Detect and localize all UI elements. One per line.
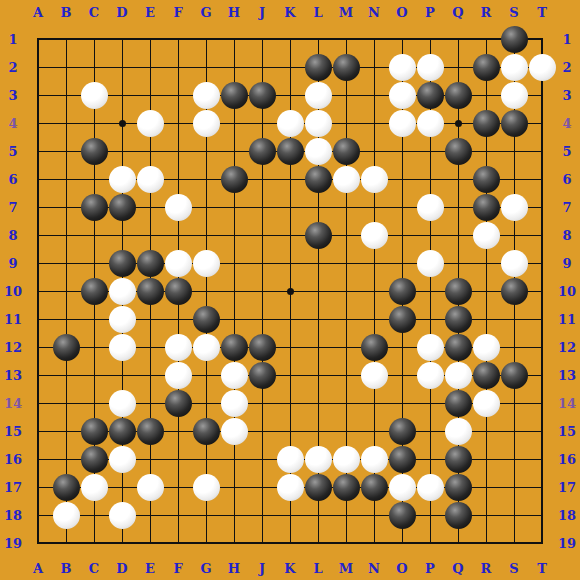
coord-label-bottom-P: P	[425, 562, 435, 575]
star-point-Q4	[455, 120, 462, 127]
coord-label-bottom-D: D	[116, 562, 127, 575]
star-point-K10	[287, 288, 294, 295]
stone-black-S13[interactable]	[501, 362, 528, 389]
coord-label-top-Q: Q	[452, 6, 463, 19]
stone-white-Q13[interactable]	[445, 362, 472, 389]
stone-white-N6[interactable]	[361, 166, 388, 193]
coord-label-bottom-N: N	[368, 562, 380, 575]
coord-label-top-G: G	[200, 6, 211, 19]
stone-white-G3[interactable]	[193, 82, 220, 109]
coord-label-right-7: 7	[562, 201, 571, 214]
stone-white-G9[interactable]	[193, 250, 220, 277]
stone-black-F10[interactable]	[165, 278, 192, 305]
coord-label-bottom-L: L	[313, 562, 322, 575]
coord-label-left-10: 10	[4, 285, 22, 298]
coord-label-bottom-K: K	[284, 562, 295, 575]
coord-label-bottom-R: R	[481, 562, 492, 575]
stone-white-P4[interactable]	[417, 110, 444, 137]
stone-black-O11[interactable]	[389, 306, 416, 333]
stone-white-D6[interactable]	[109, 166, 136, 193]
stone-black-E9[interactable]	[137, 250, 164, 277]
coord-label-right-16: 16	[558, 453, 576, 466]
stone-white-H14[interactable]	[221, 390, 248, 417]
stone-white-G4[interactable]	[193, 110, 220, 137]
stone-white-H13[interactable]	[221, 362, 248, 389]
stone-black-J12[interactable]	[249, 334, 276, 361]
coord-label-left-13: 13	[4, 369, 22, 382]
stone-white-D11[interactable]	[109, 306, 136, 333]
stone-white-N8[interactable]	[361, 222, 388, 249]
coord-label-bottom-G: G	[200, 562, 211, 575]
coord-label-top-O: O	[396, 6, 407, 19]
coord-label-bottom-E: E	[145, 562, 155, 575]
coord-label-left-1: 1	[8, 33, 17, 46]
stone-white-R14[interactable]	[473, 390, 500, 417]
stone-black-L8[interactable]	[305, 222, 332, 249]
coord-label-left-15: 15	[4, 425, 22, 438]
stone-white-H15[interactable]	[221, 418, 248, 445]
coord-label-right-4: 4	[562, 117, 571, 130]
stone-black-N12[interactable]	[361, 334, 388, 361]
stone-black-R4[interactable]	[473, 110, 500, 137]
stone-black-M17[interactable]	[333, 474, 360, 501]
stone-black-O16[interactable]	[389, 446, 416, 473]
coord-label-left-17: 17	[4, 481, 22, 494]
stone-black-J5[interactable]	[249, 138, 276, 165]
stone-black-D15[interactable]	[109, 418, 136, 445]
coord-label-top-N: N	[368, 6, 380, 19]
coord-label-right-5: 5	[562, 145, 571, 158]
stone-white-K4[interactable]	[277, 110, 304, 137]
coord-label-bottom-S: S	[509, 562, 518, 575]
stone-white-P9[interactable]	[417, 250, 444, 277]
stone-black-H3[interactable]	[221, 82, 248, 109]
coord-label-right-17: 17	[558, 481, 576, 494]
coord-label-top-F: F	[173, 6, 182, 19]
stone-white-R12[interactable]	[473, 334, 500, 361]
coord-label-left-8: 8	[8, 229, 17, 242]
stone-black-R13[interactable]	[473, 362, 500, 389]
goban[interactable]: AABBCCDDEEFFGGHHJJKKLLMMNNOOPPQQRRSSTT11…	[0, 0, 580, 580]
coord-label-right-6: 6	[562, 173, 571, 186]
stone-black-S4[interactable]	[501, 110, 528, 137]
stone-black-S10[interactable]	[501, 278, 528, 305]
coord-label-left-12: 12	[4, 341, 22, 354]
coord-label-top-H: H	[228, 6, 240, 19]
coord-label-top-T: T	[537, 6, 547, 19]
coord-label-right-15: 15	[558, 425, 576, 438]
stone-white-N16[interactable]	[361, 446, 388, 473]
stone-black-R2[interactable]	[473, 54, 500, 81]
coord-label-left-3: 3	[8, 89, 17, 102]
coord-label-bottom-H: H	[228, 562, 240, 575]
stone-black-J13[interactable]	[249, 362, 276, 389]
stone-white-D10[interactable]	[109, 278, 136, 305]
coord-label-right-18: 18	[558, 509, 576, 522]
stone-black-C10[interactable]	[81, 278, 108, 305]
coord-label-top-R: R	[481, 6, 492, 19]
stone-white-F13[interactable]	[165, 362, 192, 389]
coord-label-right-2: 2	[562, 61, 571, 74]
stone-black-K5[interactable]	[277, 138, 304, 165]
stone-black-Q14[interactable]	[445, 390, 472, 417]
coord-label-bottom-Q: Q	[452, 562, 463, 575]
stone-black-O10[interactable]	[389, 278, 416, 305]
stone-black-L17[interactable]	[305, 474, 332, 501]
stone-black-M5[interactable]	[333, 138, 360, 165]
coord-label-left-16: 16	[4, 453, 22, 466]
coord-label-right-12: 12	[558, 341, 576, 354]
stone-white-G17[interactable]	[193, 474, 220, 501]
coord-label-right-14: 14	[558, 397, 576, 410]
stone-black-Q12[interactable]	[445, 334, 472, 361]
coord-label-top-P: P	[425, 6, 435, 19]
coord-label-right-10: 10	[558, 285, 576, 298]
stone-black-C15[interactable]	[81, 418, 108, 445]
stone-white-D14[interactable]	[109, 390, 136, 417]
stone-black-C16[interactable]	[81, 446, 108, 473]
stone-black-C5[interactable]	[81, 138, 108, 165]
coord-label-right-13: 13	[558, 369, 576, 382]
stone-white-P17[interactable]	[417, 474, 444, 501]
stone-white-O2[interactable]	[389, 54, 416, 81]
stone-black-B12[interactable]	[53, 334, 80, 361]
stone-black-R6[interactable]	[473, 166, 500, 193]
coord-label-top-S: S	[509, 6, 518, 19]
stone-black-H12[interactable]	[221, 334, 248, 361]
stone-black-O18[interactable]	[389, 502, 416, 529]
stone-white-E17[interactable]	[137, 474, 164, 501]
stone-black-Q3[interactable]	[445, 82, 472, 109]
stone-black-E10[interactable]	[137, 278, 164, 305]
coord-label-bottom-M: M	[339, 562, 353, 575]
stone-white-C3[interactable]	[81, 82, 108, 109]
stone-white-P2[interactable]	[417, 54, 444, 81]
stone-black-L6[interactable]	[305, 166, 332, 193]
stone-black-Q18[interactable]	[445, 502, 472, 529]
stone-black-Q11[interactable]	[445, 306, 472, 333]
stone-black-Q16[interactable]	[445, 446, 472, 473]
coord-label-left-6: 6	[8, 173, 17, 186]
stone-white-P13[interactable]	[417, 362, 444, 389]
coord-label-right-19: 19	[558, 537, 576, 550]
stone-white-C17[interactable]	[81, 474, 108, 501]
stone-white-O3[interactable]	[389, 82, 416, 109]
stone-white-S2[interactable]	[501, 54, 528, 81]
stone-black-Q10[interactable]	[445, 278, 472, 305]
stone-white-G12[interactable]	[193, 334, 220, 361]
coord-label-left-18: 18	[4, 509, 22, 522]
coord-label-left-11: 11	[4, 313, 22, 326]
coord-label-top-J: J	[259, 6, 265, 19]
stone-white-Q15[interactable]	[445, 418, 472, 445]
stone-white-F9[interactable]	[165, 250, 192, 277]
stone-white-E6[interactable]	[137, 166, 164, 193]
grid-hline	[37, 542, 543, 544]
stone-white-M16[interactable]	[333, 446, 360, 473]
stone-white-O4[interactable]	[389, 110, 416, 137]
coord-label-top-B: B	[61, 6, 72, 19]
coord-label-right-1: 1	[562, 33, 571, 46]
stone-black-Q5[interactable]	[445, 138, 472, 165]
stone-white-S9[interactable]	[501, 250, 528, 277]
star-point-D4	[119, 120, 126, 127]
stone-white-F7[interactable]	[165, 194, 192, 221]
grid-vline	[541, 38, 543, 544]
stone-white-L4[interactable]	[305, 110, 332, 137]
stone-black-L2[interactable]	[305, 54, 332, 81]
stone-black-C7[interactable]	[81, 194, 108, 221]
stone-white-O17[interactable]	[389, 474, 416, 501]
stone-black-N17[interactable]	[361, 474, 388, 501]
coord-label-top-E: E	[145, 6, 155, 19]
stone-black-F14[interactable]	[165, 390, 192, 417]
coord-label-top-K: K	[284, 6, 295, 19]
coord-label-left-7: 7	[8, 201, 17, 214]
stone-white-L16[interactable]	[305, 446, 332, 473]
stone-black-P3[interactable]	[417, 82, 444, 109]
coord-label-top-M: M	[339, 6, 353, 19]
coord-label-right-3: 3	[562, 89, 571, 102]
coord-label-bottom-C: C	[89, 562, 99, 575]
stone-white-K17[interactable]	[277, 474, 304, 501]
stone-white-F12[interactable]	[165, 334, 192, 361]
coord-label-bottom-T: T	[537, 562, 547, 575]
coord-label-top-D: D	[116, 6, 127, 19]
coord-label-left-2: 2	[8, 61, 17, 74]
stone-black-D7[interactable]	[109, 194, 136, 221]
stone-black-M2[interactable]	[333, 54, 360, 81]
coord-label-bottom-A: A	[33, 562, 43, 575]
stone-white-R8[interactable]	[473, 222, 500, 249]
stone-white-E4[interactable]	[137, 110, 164, 137]
stone-white-N13[interactable]	[361, 362, 388, 389]
stone-black-H6[interactable]	[221, 166, 248, 193]
coord-label-left-19: 19	[4, 537, 22, 550]
stone-white-P12[interactable]	[417, 334, 444, 361]
stone-black-Q17[interactable]	[445, 474, 472, 501]
stone-black-D9[interactable]	[109, 250, 136, 277]
stone-white-L5[interactable]	[305, 138, 332, 165]
coord-label-top-C: C	[89, 6, 99, 19]
stone-white-K16[interactable]	[277, 446, 304, 473]
coord-label-right-9: 9	[562, 257, 571, 270]
coord-label-left-5: 5	[8, 145, 17, 158]
coord-label-left-9: 9	[8, 257, 17, 270]
coord-label-bottom-O: O	[396, 562, 407, 575]
coord-label-right-8: 8	[562, 229, 571, 242]
stone-black-S1[interactable]	[501, 26, 528, 53]
coord-label-bottom-B: B	[61, 562, 72, 575]
coord-label-top-A: A	[33, 6, 43, 19]
coord-label-bottom-F: F	[173, 562, 182, 575]
coord-label-bottom-J: J	[259, 562, 265, 575]
stone-black-O15[interactable]	[389, 418, 416, 445]
stone-black-E15[interactable]	[137, 418, 164, 445]
stone-white-D18[interactable]	[109, 502, 136, 529]
stone-white-S3[interactable]	[501, 82, 528, 109]
stone-white-D16[interactable]	[109, 446, 136, 473]
stone-black-B17[interactable]	[53, 474, 80, 501]
stone-white-P7[interactable]	[417, 194, 444, 221]
coord-label-top-L: L	[313, 6, 322, 19]
stone-black-G15[interactable]	[193, 418, 220, 445]
stone-black-J3[interactable]	[249, 82, 276, 109]
coord-label-left-14: 14	[4, 397, 22, 410]
coord-label-left-4: 4	[8, 117, 17, 130]
stone-white-S7[interactable]	[501, 194, 528, 221]
stone-white-T2[interactable]	[529, 54, 556, 81]
stone-white-M6[interactable]	[333, 166, 360, 193]
stone-white-L3[interactable]	[305, 82, 332, 109]
stone-white-B18[interactable]	[53, 502, 80, 529]
stone-white-D12[interactable]	[109, 334, 136, 361]
stone-black-R7[interactable]	[473, 194, 500, 221]
stone-black-G11[interactable]	[193, 306, 220, 333]
coord-label-right-11: 11	[558, 313, 576, 326]
